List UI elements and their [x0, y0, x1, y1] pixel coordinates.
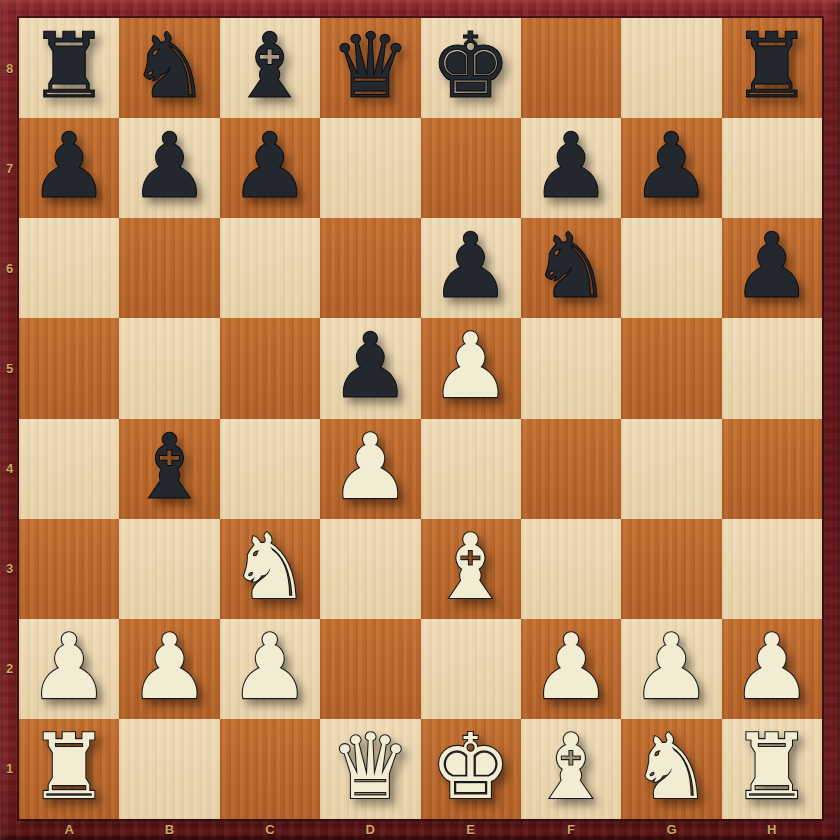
square-h8[interactable]: ♜: [722, 18, 822, 118]
square-c3[interactable]: ♞: [220, 519, 320, 619]
black-rook: ♜: [29, 21, 110, 111]
rank-label-3: 3: [0, 519, 19, 619]
square-a3[interactable]: [19, 519, 119, 619]
white-rook: ♜: [731, 722, 812, 812]
black-bishop: ♝: [230, 21, 311, 111]
square-d4[interactable]: ♟: [320, 419, 420, 519]
square-c4[interactable]: [220, 419, 320, 519]
white-pawn: ♟: [129, 622, 210, 712]
square-f3[interactable]: [521, 519, 621, 619]
rank-label-2: 2: [0, 619, 19, 719]
square-g4[interactable]: [621, 419, 721, 519]
rank-label-4: 4: [0, 419, 19, 519]
square-e6[interactable]: ♟: [421, 218, 521, 318]
square-a2[interactable]: ♟: [19, 619, 119, 719]
file-label-f: F: [521, 819, 621, 840]
square-c5[interactable]: [220, 318, 320, 418]
square-h3[interactable]: [722, 519, 822, 619]
square-g6[interactable]: [621, 218, 721, 318]
black-rook: ♜: [731, 21, 812, 111]
square-a5[interactable]: [19, 318, 119, 418]
square-c8[interactable]: ♝: [220, 18, 320, 118]
white-pawn: ♟: [531, 622, 612, 712]
white-pawn: ♟: [29, 622, 110, 712]
square-f2[interactable]: ♟: [521, 619, 621, 719]
square-b1[interactable]: [119, 719, 219, 819]
rank-label-7: 7: [0, 118, 19, 218]
square-a7[interactable]: ♟: [19, 118, 119, 218]
white-pawn: ♟: [430, 321, 511, 411]
square-f4[interactable]: [521, 419, 621, 519]
board-frame: ♜♞♝♛♚♜♟♟♟♟♟♟♞♟♟♟♝♟♞♝♟♟♟♟♟♟♜♛♚♝♞♜ 8765432…: [0, 0, 840, 840]
black-knight: ♞: [531, 221, 612, 311]
black-knight: ♞: [129, 21, 210, 111]
square-e4[interactable]: [421, 419, 521, 519]
file-label-d: D: [320, 819, 420, 840]
square-a4[interactable]: [19, 419, 119, 519]
square-c6[interactable]: [220, 218, 320, 318]
square-a6[interactable]: [19, 218, 119, 318]
file-label-b: B: [119, 819, 219, 840]
square-b2[interactable]: ♟: [119, 619, 219, 719]
white-king: ♚: [430, 722, 511, 812]
square-d7[interactable]: [320, 118, 420, 218]
black-pawn: ♟: [430, 221, 511, 311]
white-bishop: ♝: [430, 522, 511, 612]
black-pawn: ♟: [330, 321, 411, 411]
black-pawn: ♟: [531, 121, 612, 211]
black-king: ♚: [430, 21, 511, 111]
black-pawn: ♟: [631, 121, 712, 211]
square-e1[interactable]: ♚: [421, 719, 521, 819]
white-knight: ♞: [631, 722, 712, 812]
square-c7[interactable]: ♟: [220, 118, 320, 218]
square-b3[interactable]: [119, 519, 219, 619]
square-g8[interactable]: [621, 18, 721, 118]
square-f6[interactable]: ♞: [521, 218, 621, 318]
square-e7[interactable]: [421, 118, 521, 218]
black-bishop: ♝: [129, 422, 210, 512]
white-bishop: ♝: [531, 722, 612, 812]
file-label-c: C: [220, 819, 320, 840]
square-a8[interactable]: ♜: [19, 18, 119, 118]
square-g3[interactable]: [621, 519, 721, 619]
square-f7[interactable]: ♟: [521, 118, 621, 218]
square-g2[interactable]: ♟: [621, 619, 721, 719]
file-label-g: G: [621, 819, 721, 840]
square-b4[interactable]: ♝: [119, 419, 219, 519]
black-queen: ♛: [330, 21, 411, 111]
square-b6[interactable]: [119, 218, 219, 318]
white-pawn: ♟: [731, 622, 812, 712]
square-f8[interactable]: [521, 18, 621, 118]
square-g1[interactable]: ♞: [621, 719, 721, 819]
chess-board: ♜♞♝♛♚♜♟♟♟♟♟♟♞♟♟♟♝♟♞♝♟♟♟♟♟♟♜♛♚♝♞♜: [19, 18, 822, 819]
square-c2[interactable]: ♟: [220, 619, 320, 719]
square-e2[interactable]: [421, 619, 521, 719]
white-knight: ♞: [230, 522, 311, 612]
square-d1[interactable]: ♛: [320, 719, 420, 819]
black-pawn: ♟: [129, 121, 210, 211]
square-a1[interactable]: ♜: [19, 719, 119, 819]
black-pawn: ♟: [731, 221, 812, 311]
square-c1[interactable]: [220, 719, 320, 819]
square-h2[interactable]: ♟: [722, 619, 822, 719]
square-h1[interactable]: ♜: [722, 719, 822, 819]
black-pawn: ♟: [230, 121, 311, 211]
black-pawn: ♟: [29, 121, 110, 211]
white-pawn: ♟: [230, 622, 311, 712]
square-f1[interactable]: ♝: [521, 719, 621, 819]
square-h7[interactable]: [722, 118, 822, 218]
square-e5[interactable]: ♟: [421, 318, 521, 418]
file-label-e: E: [421, 819, 521, 840]
white-rook: ♜: [29, 722, 110, 812]
square-d3[interactable]: [320, 519, 420, 619]
white-pawn: ♟: [330, 422, 411, 512]
square-b7[interactable]: ♟: [119, 118, 219, 218]
square-d8[interactable]: ♛: [320, 18, 420, 118]
square-e8[interactable]: ♚: [421, 18, 521, 118]
rank-label-8: 8: [0, 18, 19, 118]
square-h5[interactable]: [722, 318, 822, 418]
square-d2[interactable]: [320, 619, 420, 719]
white-queen: ♛: [330, 722, 411, 812]
rank-label-5: 5: [0, 318, 19, 418]
square-b8[interactable]: ♞: [119, 18, 219, 118]
square-h6[interactable]: ♟: [722, 218, 822, 318]
square-e3[interactable]: ♝: [421, 519, 521, 619]
square-g7[interactable]: ♟: [621, 118, 721, 218]
square-b5[interactable]: [119, 318, 219, 418]
white-pawn: ♟: [631, 622, 712, 712]
square-d6[interactable]: [320, 218, 420, 318]
rank-label-1: 1: [0, 719, 19, 819]
square-d5[interactable]: ♟: [320, 318, 420, 418]
file-label-h: H: [722, 819, 822, 840]
file-label-a: A: [19, 819, 119, 840]
rank-label-6: 6: [0, 218, 19, 318]
square-f5[interactable]: [521, 318, 621, 418]
square-g5[interactable]: [621, 318, 721, 418]
square-h4[interactable]: [722, 419, 822, 519]
